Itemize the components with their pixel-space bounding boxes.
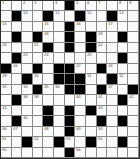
- block-cell: [86, 106, 97, 116]
- grid-cell[interactable]: [107, 127, 118, 137]
- block-cell: [54, 137, 65, 147]
- clue-number: 21: [34, 43, 39, 47]
- grid-cell[interactable]: [86, 95, 97, 105]
- grid-cell[interactable]: [118, 22, 129, 32]
- grid-cell[interactable]: [107, 106, 118, 116]
- grid-cell[interactable]: [12, 43, 23, 53]
- grid-cell[interactable]: 11: [54, 11, 65, 21]
- grid-cell[interactable]: [1, 95, 12, 105]
- clue-number: 37: [108, 85, 113, 89]
- grid-cell[interactable]: [107, 95, 118, 105]
- grid-cell[interactable]: 56: [75, 148, 86, 158]
- grid-cell[interactable]: [54, 95, 65, 105]
- grid-cell[interactable]: [128, 11, 139, 21]
- grid-cell[interactable]: [107, 137, 118, 147]
- grid-cell[interactable]: 21: [33, 43, 44, 53]
- grid-cell[interactable]: 17: [107, 22, 118, 32]
- grid-cell[interactable]: [33, 11, 44, 21]
- grid-cell[interactable]: 24: [43, 53, 54, 63]
- grid-cell[interactable]: [107, 116, 118, 126]
- grid-cell[interactable]: [107, 53, 118, 63]
- grid-cell[interactable]: [128, 53, 139, 63]
- grid-cell[interactable]: [118, 148, 129, 158]
- block-cell: [75, 11, 86, 21]
- clue-number: 30: [34, 74, 39, 78]
- grid-cell[interactable]: 40: [75, 95, 86, 105]
- clue-number: 28: [108, 64, 113, 68]
- grid-cell[interactable]: [33, 22, 44, 32]
- grid-cell[interactable]: [75, 32, 86, 42]
- grid-cell[interactable]: 37: [107, 85, 118, 95]
- grid-cell[interactable]: 9: [128, 1, 139, 11]
- grid-cell[interactable]: 16: [75, 22, 86, 32]
- grid-cell[interactable]: 48: [43, 127, 54, 137]
- grid-cell[interactable]: [22, 127, 33, 137]
- grid-cell[interactable]: 7: [97, 1, 108, 11]
- block-cell: [22, 74, 33, 84]
- grid-cell[interactable]: 3: [33, 1, 44, 11]
- block-cell: [86, 32, 97, 42]
- grid-cell[interactable]: [86, 127, 97, 137]
- grid-cell[interactable]: [54, 127, 65, 137]
- grid-cell[interactable]: [22, 64, 33, 74]
- grid-cell[interactable]: 33: [1, 85, 12, 95]
- grid-cell[interactable]: [65, 53, 76, 63]
- grid-cell[interactable]: [97, 148, 108, 158]
- clue-number: 29: [2, 74, 7, 78]
- block-cell: [65, 64, 76, 74]
- block-cell: [118, 116, 129, 126]
- grid-cell[interactable]: [12, 74, 23, 84]
- grid-cell[interactable]: [12, 106, 23, 116]
- grid-cell[interactable]: 35: [43, 85, 54, 95]
- clue-number: 53: [66, 137, 71, 141]
- grid-cell[interactable]: 27: [75, 64, 86, 74]
- grid-cell[interactable]: [128, 137, 139, 147]
- clue-number: 20: [2, 43, 7, 47]
- grid-cell[interactable]: [12, 148, 23, 158]
- grid-cell[interactable]: 55: [1, 148, 12, 158]
- grid-cell[interactable]: [12, 85, 23, 95]
- block-cell: [65, 22, 76, 32]
- block-cell: [65, 74, 76, 84]
- clue-number: 47: [13, 127, 18, 131]
- clue-number: 41: [98, 95, 103, 99]
- clue-number: 42: [129, 95, 134, 99]
- block-cell: [107, 11, 118, 21]
- block-cell: [12, 53, 23, 63]
- grid-cell[interactable]: [128, 148, 139, 158]
- clue-number: 33: [2, 85, 7, 89]
- grid-cell[interactable]: [128, 22, 139, 32]
- grid-cell[interactable]: [75, 43, 86, 53]
- clue-number: 15: [44, 22, 49, 26]
- grid-cell[interactable]: 1: [1, 1, 12, 11]
- block-cell: [97, 116, 108, 126]
- clue-number: 44: [98, 106, 103, 110]
- clue-number: 17: [108, 22, 113, 26]
- grid-cell[interactable]: [128, 106, 139, 116]
- clue-number: 46: [2, 127, 7, 131]
- grid-cell[interactable]: [118, 85, 129, 95]
- grid-cell[interactable]: [97, 53, 108, 63]
- clue-number: 48: [44, 127, 49, 131]
- grid-cell[interactable]: [97, 74, 108, 84]
- grid-cell[interactable]: [54, 53, 65, 63]
- grid-cell[interactable]: [107, 43, 118, 53]
- grid-cell[interactable]: [54, 32, 65, 42]
- clue-number: 50: [98, 127, 103, 131]
- grid-cell[interactable]: [128, 116, 139, 126]
- grid-cell[interactable]: [43, 95, 54, 105]
- clue-number: 54: [98, 137, 103, 141]
- grid-cell[interactable]: [33, 53, 44, 63]
- block-cell: [12, 11, 23, 21]
- clue-number: 52: [34, 137, 39, 141]
- clue-number: 35: [44, 85, 49, 89]
- grid-cell[interactable]: [75, 53, 86, 63]
- clue-number: 25: [87, 53, 92, 57]
- grid-cell[interactable]: 38: [22, 95, 33, 105]
- grid-cell[interactable]: [33, 106, 44, 116]
- block-cell: [22, 137, 33, 147]
- clue-number: 45: [23, 116, 28, 120]
- clue-number: 56: [76, 148, 81, 152]
- grid-cell[interactable]: [22, 148, 33, 158]
- block-cell: [65, 1, 76, 11]
- grid-cell[interactable]: 45: [22, 116, 33, 126]
- grid-cell[interactable]: 25: [86, 53, 97, 63]
- grid-cell[interactable]: [107, 148, 118, 158]
- clue-number: 38: [23, 95, 28, 99]
- grid-cell[interactable]: [128, 74, 139, 84]
- clue-number: 43: [2, 106, 7, 110]
- grid-cell[interactable]: 43: [1, 106, 12, 116]
- grid-cell[interactable]: [1, 11, 12, 21]
- block-cell: [75, 74, 86, 84]
- grid-cell[interactable]: [65, 95, 76, 105]
- clue-number: 26: [13, 64, 18, 68]
- clue-number: 8: [119, 1, 121, 5]
- grid-cell[interactable]: 53: [65, 137, 76, 147]
- grid-cell[interactable]: [12, 137, 23, 147]
- clue-number: 5: [76, 1, 78, 5]
- clue-number: 34: [23, 85, 28, 89]
- grid-cell[interactable]: [33, 148, 44, 158]
- grid-cell[interactable]: [1, 53, 12, 63]
- clue-number: 22: [98, 43, 103, 47]
- grid-cell[interactable]: [118, 43, 129, 53]
- grid-cell[interactable]: [128, 43, 139, 53]
- grid-cell[interactable]: [12, 1, 23, 11]
- grid-cell[interactable]: [107, 1, 118, 11]
- grid-cell[interactable]: 31: [86, 74, 97, 84]
- clue-number: 9: [129, 1, 131, 5]
- grid-cell[interactable]: [43, 1, 54, 11]
- clue-number: 10: [23, 11, 28, 15]
- clue-number: 3: [34, 1, 36, 5]
- grid-cell[interactable]: 20: [1, 43, 12, 53]
- grid-cell[interactable]: [86, 22, 97, 32]
- block-cell: [54, 64, 65, 74]
- block-cell: [118, 53, 129, 63]
- grid-cell[interactable]: [43, 137, 54, 147]
- clue-number: 39: [34, 95, 39, 99]
- clue-number: 12: [87, 11, 92, 15]
- clue-number: 31: [87, 74, 92, 78]
- grid-cell[interactable]: [54, 116, 65, 126]
- grid-cell[interactable]: [33, 116, 44, 126]
- clue-number: 24: [44, 53, 49, 57]
- grid-cell[interactable]: 29: [1, 74, 12, 84]
- clue-number: 19: [98, 32, 103, 36]
- grid-cell[interactable]: [118, 106, 129, 116]
- block-cell: [12, 32, 23, 42]
- grid-cell[interactable]: 26: [12, 64, 23, 74]
- grid-cell[interactable]: [75, 137, 86, 147]
- grid-cell[interactable]: [43, 64, 54, 74]
- block-cell: [33, 32, 44, 42]
- grid-cell[interactable]: [75, 116, 86, 126]
- grid-cell[interactable]: 19: [97, 32, 108, 42]
- grid-cell[interactable]: 49: [75, 127, 86, 137]
- grid-cell[interactable]: 42: [128, 95, 139, 105]
- grid-cell[interactable]: 14: [1, 22, 12, 32]
- grid-cell[interactable]: [22, 22, 33, 32]
- block-cell: [118, 95, 129, 105]
- grid-cell[interactable]: [65, 11, 76, 21]
- grid-cell[interactable]: 36: [54, 85, 65, 95]
- grid-cell[interactable]: [54, 106, 65, 116]
- block-cell: [118, 137, 129, 147]
- clue-number: 1: [2, 1, 4, 5]
- grid-cell[interactable]: [43, 74, 54, 84]
- grid-cell[interactable]: [128, 32, 139, 42]
- grid-cell[interactable]: 5: [75, 1, 86, 11]
- block-cell: [54, 74, 65, 84]
- block-cell: [65, 85, 76, 95]
- grid-cell[interactable]: [118, 127, 129, 137]
- block-cell: [65, 32, 76, 42]
- grid-cell[interactable]: 28: [107, 64, 118, 74]
- grid-cell[interactable]: [128, 127, 139, 137]
- block-cell: [65, 43, 76, 53]
- grid-cell[interactable]: 13: [118, 11, 129, 21]
- grid-cell[interactable]: [54, 22, 65, 32]
- block-cell: [65, 106, 76, 116]
- grid-cell[interactable]: [54, 148, 65, 158]
- grid-cell[interactable]: [22, 32, 33, 42]
- block-cell: [43, 116, 54, 126]
- grid-cell[interactable]: [107, 32, 118, 42]
- grid-cell[interactable]: 54: [97, 137, 108, 147]
- block-cell: [43, 106, 54, 116]
- clue-number: 18: [44, 32, 49, 36]
- block-cell: [97, 64, 108, 74]
- clue-number: 55: [2, 148, 7, 152]
- grid-cell[interactable]: [1, 32, 12, 42]
- clue-number: 4: [55, 1, 57, 5]
- block-cell: [107, 74, 118, 84]
- crossword-grid: 1234567891011121314151617181920212223242…: [0, 0, 140, 159]
- grid-cell[interactable]: [86, 148, 97, 158]
- block-cell: [65, 116, 76, 126]
- grid-cell[interactable]: [86, 85, 97, 95]
- block-cell: [86, 137, 97, 147]
- clue-number: 32: [119, 74, 124, 78]
- clue-number: 7: [98, 1, 100, 5]
- block-cell: [12, 116, 23, 126]
- grid-cell[interactable]: [43, 148, 54, 158]
- grid-cell[interactable]: [128, 64, 139, 74]
- grid-cell[interactable]: 23: [22, 53, 33, 63]
- clue-number: 11: [55, 11, 60, 15]
- grid-cell[interactable]: [1, 116, 12, 126]
- clue-number: 14: [2, 22, 7, 26]
- grid-cell[interactable]: [12, 22, 23, 32]
- clue-number: 6: [87, 1, 89, 5]
- grid-cell[interactable]: [86, 116, 97, 126]
- grid-cell[interactable]: 10: [22, 11, 33, 21]
- block-cell: [43, 11, 54, 21]
- grid-cell[interactable]: [54, 43, 65, 53]
- grid-cell[interactable]: 51: [1, 137, 12, 147]
- grid-cell[interactable]: 22: [97, 43, 108, 53]
- clue-number: 2: [23, 1, 25, 5]
- grid-cell[interactable]: 44: [97, 106, 108, 116]
- grid-cell[interactable]: 18: [43, 32, 54, 42]
- clue-number: 23: [23, 53, 28, 57]
- grid-cell[interactable]: [75, 106, 86, 116]
- grid-cell[interactable]: 41: [97, 95, 108, 105]
- grid-cell[interactable]: 30: [33, 74, 44, 84]
- grid-cell[interactable]: 47: [12, 127, 23, 137]
- block-cell: [65, 148, 76, 158]
- grid-cell[interactable]: 12: [86, 11, 97, 21]
- clue-number: 49: [76, 127, 81, 131]
- grid-cell[interactable]: 39: [33, 95, 44, 105]
- clue-number: 51: [2, 137, 7, 141]
- block-cell: [118, 32, 129, 42]
- clue-number: 16: [76, 22, 81, 26]
- grid-cell[interactable]: [97, 11, 108, 21]
- clue-number: 36: [55, 85, 60, 89]
- block-cell: [12, 95, 23, 105]
- grid-cell[interactable]: 52: [33, 137, 44, 147]
- clue-number: 27: [76, 64, 81, 68]
- clue-number: 13: [119, 11, 124, 15]
- grid-cell[interactable]: 32: [118, 74, 129, 84]
- clue-number: 40: [76, 95, 81, 99]
